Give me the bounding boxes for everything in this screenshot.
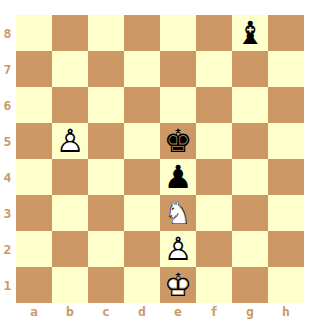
square-c7[interactable]	[88, 51, 124, 87]
square-d7[interactable]	[124, 51, 160, 87]
piece-glyph: ♚	[160, 123, 196, 159]
square-c8[interactable]	[88, 15, 124, 51]
file-label-e: e	[160, 303, 196, 320]
piece-white-knight[interactable]: ♞♘	[160, 195, 196, 231]
square-f8[interactable]	[196, 15, 232, 51]
piece-black-bishop[interactable]: ♝	[232, 15, 268, 51]
square-h5[interactable]	[268, 123, 304, 159]
square-b4[interactable]	[52, 159, 88, 195]
square-g2[interactable]	[232, 231, 268, 267]
square-b5[interactable]: ♟♙	[52, 123, 88, 159]
chess-diagram: ♝♟♙♚♟♞♘♟♙♚♔ 87654321abcdefgh	[0, 0, 320, 320]
piece-outline-layer: ♔	[160, 267, 196, 303]
piece-outline-layer: ♙	[160, 231, 196, 267]
piece-outline-layer: ♘	[160, 195, 196, 231]
square-d3[interactable]	[124, 195, 160, 231]
file-label-a: a	[16, 303, 52, 320]
square-a3[interactable]	[16, 195, 52, 231]
file-label-c: c	[88, 303, 124, 320]
square-c1[interactable]	[88, 267, 124, 303]
piece-white-pawn[interactable]: ♟♙	[52, 123, 88, 159]
square-e7[interactable]	[160, 51, 196, 87]
square-b1[interactable]	[52, 267, 88, 303]
square-h2[interactable]	[268, 231, 304, 267]
square-g4[interactable]	[232, 159, 268, 195]
square-a6[interactable]	[16, 87, 52, 123]
square-g3[interactable]	[232, 195, 268, 231]
rank-label-2: 2	[0, 231, 15, 267]
square-b6[interactable]	[52, 87, 88, 123]
rank-label-3: 3	[0, 195, 15, 231]
square-f5[interactable]	[196, 123, 232, 159]
piece-glyph: ♝	[232, 15, 268, 51]
file-label-g: g	[232, 303, 268, 320]
square-f7[interactable]	[196, 51, 232, 87]
piece-white-pawn[interactable]: ♟♙	[160, 231, 196, 267]
chess-board: ♝♟♙♚♟♞♘♟♙♚♔	[16, 15, 304, 303]
square-d5[interactable]	[124, 123, 160, 159]
square-g5[interactable]	[232, 123, 268, 159]
piece-white-king[interactable]: ♚♔	[160, 267, 196, 303]
square-e4[interactable]: ♟	[160, 159, 196, 195]
square-f1[interactable]	[196, 267, 232, 303]
square-e3[interactable]: ♞♘	[160, 195, 196, 231]
square-a2[interactable]	[16, 231, 52, 267]
file-label-h: h	[268, 303, 304, 320]
square-e5[interactable]: ♚	[160, 123, 196, 159]
square-g7[interactable]	[232, 51, 268, 87]
file-label-f: f	[196, 303, 232, 320]
square-a7[interactable]	[16, 51, 52, 87]
square-h8[interactable]	[268, 15, 304, 51]
square-f2[interactable]	[196, 231, 232, 267]
file-label-b: b	[52, 303, 88, 320]
square-f4[interactable]	[196, 159, 232, 195]
rank-label-6: 6	[0, 87, 15, 123]
square-e6[interactable]	[160, 87, 196, 123]
rank-label-4: 4	[0, 159, 15, 195]
square-h7[interactable]	[268, 51, 304, 87]
square-h4[interactable]	[268, 159, 304, 195]
square-a1[interactable]	[16, 267, 52, 303]
square-b2[interactable]	[52, 231, 88, 267]
square-a8[interactable]	[16, 15, 52, 51]
square-b3[interactable]	[52, 195, 88, 231]
square-h1[interactable]	[268, 267, 304, 303]
square-h6[interactable]	[268, 87, 304, 123]
square-f3[interactable]	[196, 195, 232, 231]
piece-black-king[interactable]: ♚	[160, 123, 196, 159]
square-g6[interactable]	[232, 87, 268, 123]
square-g1[interactable]	[232, 267, 268, 303]
square-c2[interactable]	[88, 231, 124, 267]
piece-outline-layer: ♙	[52, 123, 88, 159]
square-c5[interactable]	[88, 123, 124, 159]
file-label-d: d	[124, 303, 160, 320]
square-h3[interactable]	[268, 195, 304, 231]
square-d4[interactable]	[124, 159, 160, 195]
rank-label-7: 7	[0, 51, 15, 87]
square-e2[interactable]: ♟♙	[160, 231, 196, 267]
rank-label-1: 1	[0, 267, 15, 303]
rank-label-8: 8	[0, 15, 15, 51]
square-f6[interactable]	[196, 87, 232, 123]
square-b8[interactable]	[52, 15, 88, 51]
square-d2[interactable]	[124, 231, 160, 267]
square-e1[interactable]: ♚♔	[160, 267, 196, 303]
rank-label-5: 5	[0, 123, 15, 159]
square-a5[interactable]	[16, 123, 52, 159]
piece-black-pawn[interactable]: ♟	[160, 159, 196, 195]
square-a4[interactable]	[16, 159, 52, 195]
square-d8[interactable]	[124, 15, 160, 51]
square-e8[interactable]	[160, 15, 196, 51]
square-c4[interactable]	[88, 159, 124, 195]
square-d1[interactable]	[124, 267, 160, 303]
square-d6[interactable]	[124, 87, 160, 123]
square-g8[interactable]: ♝	[232, 15, 268, 51]
piece-glyph: ♟	[160, 159, 196, 195]
square-c3[interactable]	[88, 195, 124, 231]
square-c6[interactable]	[88, 87, 124, 123]
square-b7[interactable]	[52, 51, 88, 87]
